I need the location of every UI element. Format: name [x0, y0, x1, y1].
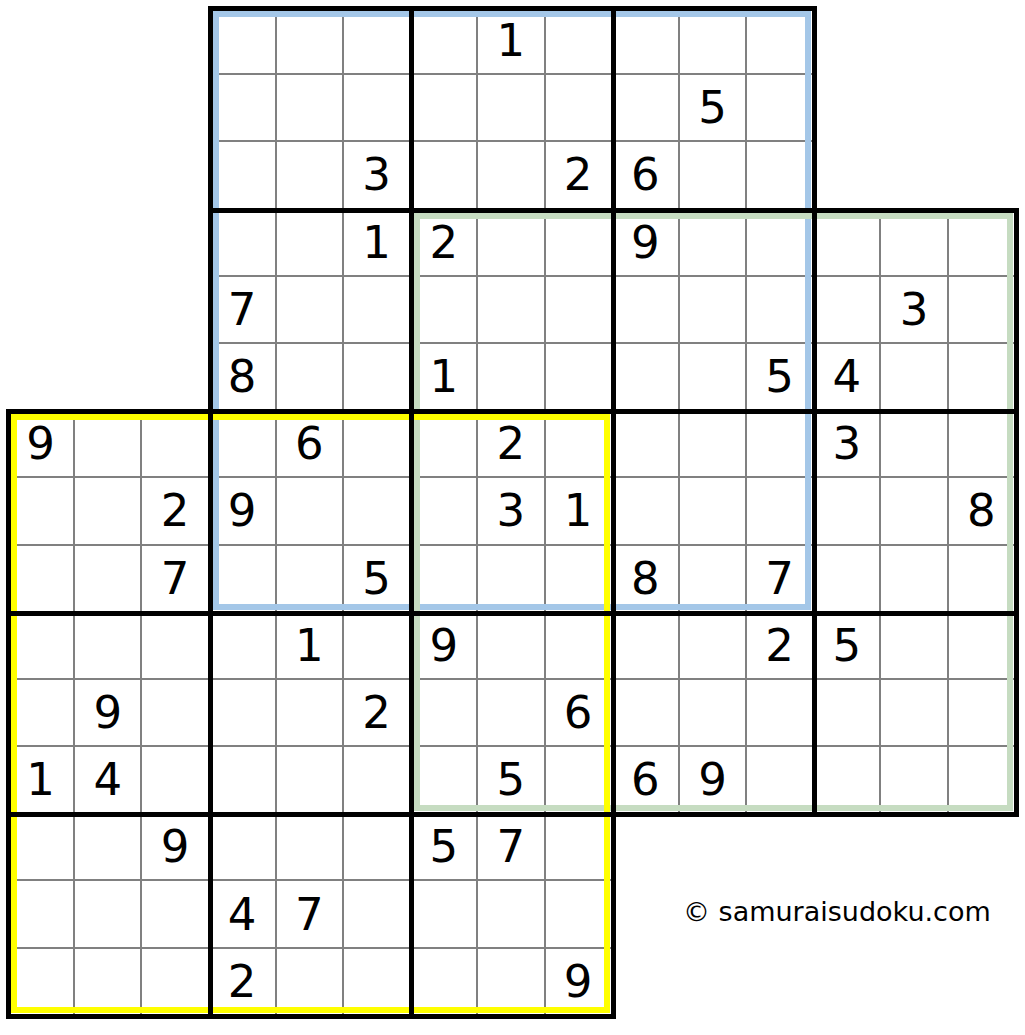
cell-r2c7[interactable] [411, 75, 478, 142]
cell-r15c3[interactable] [142, 949, 209, 1016]
cell-r13c6[interactable] [344, 814, 411, 881]
cell-r10c9[interactable] [546, 613, 613, 680]
cell-r13c5[interactable] [277, 814, 344, 881]
cell-r8c1[interactable] [8, 478, 75, 545]
cell-r10c12: 2 [747, 613, 814, 680]
cell-r6c8[interactable] [478, 344, 545, 411]
cell-r8c11[interactable] [680, 478, 747, 545]
cell-r2c6[interactable] [344, 75, 411, 142]
cell-r4c5[interactable] [277, 210, 344, 277]
cell-r11c14[interactable] [881, 680, 948, 747]
cell-r13c3: 9 [142, 814, 209, 881]
cell-r12c8: 5 [478, 747, 545, 814]
cell-r14c7[interactable] [411, 881, 478, 948]
void [8, 344, 75, 411]
void [747, 814, 814, 881]
cell-r9c7[interactable] [411, 546, 478, 613]
cell-r2c8[interactable] [478, 75, 545, 142]
void [613, 814, 680, 881]
cell-r12c12[interactable] [747, 747, 814, 814]
cell-r4c9[interactable] [546, 210, 613, 277]
cell-r2c12[interactable] [747, 75, 814, 142]
cell-r7c8: 2 [478, 411, 545, 478]
cell-r8c9: 1 [546, 478, 613, 545]
cell-r2c4[interactable] [210, 75, 277, 142]
cell-r1c12[interactable] [747, 8, 814, 75]
void [8, 142, 75, 209]
cell-r8c4: 9 [210, 478, 277, 545]
cell-r14c3[interactable] [142, 881, 209, 948]
cell-r5c5[interactable] [277, 277, 344, 344]
cell-r4c7: 2 [411, 210, 478, 277]
cell-r5c8[interactable] [478, 277, 545, 344]
cell-r6c5[interactable] [277, 344, 344, 411]
cell-r4c13[interactable] [814, 210, 881, 277]
cell-r4c15[interactable] [949, 210, 1016, 277]
cell-r11c1[interactable] [8, 680, 75, 747]
cell-r11c3[interactable] [142, 680, 209, 747]
cell-r9c3: 7 [142, 546, 209, 613]
void [949, 142, 1016, 209]
cell-r6c12: 5 [747, 344, 814, 411]
void [75, 344, 142, 411]
void [75, 210, 142, 277]
cell-r9c10: 8 [613, 546, 680, 613]
cell-r8c6[interactable] [344, 478, 411, 545]
cell-r5c6[interactable] [344, 277, 411, 344]
cell-r7c4[interactable] [210, 411, 277, 478]
void [613, 949, 680, 1016]
cell-r7c5: 6 [277, 411, 344, 478]
cell-r15c1[interactable] [8, 949, 75, 1016]
void [8, 75, 75, 142]
cell-r12c2: 4 [75, 747, 142, 814]
cell-r9c8[interactable] [478, 546, 545, 613]
cell-r12c3[interactable] [142, 747, 209, 814]
cell-r13c2[interactable] [75, 814, 142, 881]
cell-r15c8[interactable] [478, 949, 545, 1016]
cell-r14c9[interactable] [546, 881, 613, 948]
cell-r3c8[interactable] [478, 142, 545, 209]
cell-r8c2[interactable] [75, 478, 142, 545]
void [8, 210, 75, 277]
void [949, 8, 1016, 75]
cell-r2c9[interactable] [546, 75, 613, 142]
void [881, 949, 948, 1016]
void [814, 949, 881, 1016]
cell-r12c6[interactable] [344, 747, 411, 814]
cell-r9c12: 7 [747, 546, 814, 613]
cell-r11c4[interactable] [210, 680, 277, 747]
void [814, 142, 881, 209]
cell-r11c13[interactable] [814, 680, 881, 747]
cell-r5c15[interactable] [949, 277, 1016, 344]
cell-r12c11: 9 [680, 747, 747, 814]
cell-r12c14[interactable] [881, 747, 948, 814]
cell-r6c14[interactable] [881, 344, 948, 411]
cell-r4c10: 9 [613, 210, 680, 277]
cell-r1c7[interactable] [411, 8, 478, 75]
cell-r10c11[interactable] [680, 613, 747, 680]
cell-r10c7: 9 [411, 613, 478, 680]
cell-r9c11[interactable] [680, 546, 747, 613]
void [613, 881, 680, 948]
cell-r8c3: 2 [142, 478, 209, 545]
cell-r8c8: 3 [478, 478, 545, 545]
void [680, 949, 747, 1016]
cell-r10c1[interactable] [8, 613, 75, 680]
cell-r5c10[interactable] [613, 277, 680, 344]
cell-r12c10: 6 [613, 747, 680, 814]
cell-r7c10[interactable] [613, 411, 680, 478]
void [8, 8, 75, 75]
cell-r13c4[interactable] [210, 814, 277, 881]
void [881, 75, 948, 142]
cell-r15c4: 2 [210, 949, 277, 1016]
cell-r12c15[interactable] [949, 747, 1016, 814]
cell-r15c6[interactable] [344, 949, 411, 1016]
cell-r13c7: 5 [411, 814, 478, 881]
cell-r9c5[interactable] [277, 546, 344, 613]
cell-r10c5: 1 [277, 613, 344, 680]
cell-r1c9[interactable] [546, 8, 613, 75]
void [142, 142, 209, 209]
cell-r15c7[interactable] [411, 949, 478, 1016]
cell-r10c13: 5 [814, 613, 881, 680]
cell-r11c2: 9 [75, 680, 142, 747]
cell-r3c10: 6 [613, 142, 680, 209]
cell-r9c4[interactable] [210, 546, 277, 613]
cell-r4c14[interactable] [881, 210, 948, 277]
cell-r8c13[interactable] [814, 478, 881, 545]
cell-r2c10[interactable] [613, 75, 680, 142]
cell-r12c1: 1 [8, 747, 75, 814]
cell-r6c7: 1 [411, 344, 478, 411]
void [142, 277, 209, 344]
cell-r14c2[interactable] [75, 881, 142, 948]
cell-r4c12[interactable] [747, 210, 814, 277]
cell-r10c3[interactable] [142, 613, 209, 680]
cell-r11c8[interactable] [478, 680, 545, 747]
void [142, 210, 209, 277]
void [949, 75, 1016, 142]
cell-r1c10[interactable] [613, 8, 680, 75]
cell-r15c2[interactable] [75, 949, 142, 1016]
cell-r6c13: 4 [814, 344, 881, 411]
cell-r11c7[interactable] [411, 680, 478, 747]
void [680, 814, 747, 881]
void [949, 949, 1016, 1016]
copyright-text: © samuraisudoku.com [683, 896, 991, 927]
void [75, 75, 142, 142]
void [142, 75, 209, 142]
cell-r8c5[interactable] [277, 478, 344, 545]
cell-r4c6: 1 [344, 210, 411, 277]
cell-r6c9[interactable] [546, 344, 613, 411]
void [881, 814, 948, 881]
cell-r9c14[interactable] [881, 546, 948, 613]
cell-r14c8[interactable] [478, 881, 545, 948]
cell-r6c4: 8 [210, 344, 277, 411]
cell-r7c9[interactable] [546, 411, 613, 478]
cell-r1c11[interactable] [680, 8, 747, 75]
cell-r7c13: 3 [814, 411, 881, 478]
cell-r10c2[interactable] [75, 613, 142, 680]
cell-r14c5: 7 [277, 881, 344, 948]
cell-r10c8[interactable] [478, 613, 545, 680]
cell-r7c2[interactable] [75, 411, 142, 478]
cell-r4c11[interactable] [680, 210, 747, 277]
cell-r9c1[interactable] [8, 546, 75, 613]
cell-r15c5[interactable] [277, 949, 344, 1016]
void [142, 344, 209, 411]
cell-r11c12[interactable] [747, 680, 814, 747]
cell-r7c12[interactable] [747, 411, 814, 478]
cell-r1c4[interactable] [210, 8, 277, 75]
cell-r12c9[interactable] [546, 747, 613, 814]
cell-r10c6[interactable] [344, 613, 411, 680]
void [814, 75, 881, 142]
cell-r9c9[interactable] [546, 546, 613, 613]
cell-r3c5[interactable] [277, 142, 344, 209]
cell-r3c7[interactable] [411, 142, 478, 209]
cell-r4c4[interactable] [210, 210, 277, 277]
cell-r9c15[interactable] [949, 546, 1016, 613]
cell-r14c1[interactable] [8, 881, 75, 948]
void [75, 277, 142, 344]
void [75, 8, 142, 75]
sudoku-board: 1532612973815496232931875871925926145699… [8, 8, 1016, 1016]
void [8, 277, 75, 344]
cell-r8c7[interactable] [411, 478, 478, 545]
cell-r2c11: 5 [680, 75, 747, 142]
cell-r3c11[interactable] [680, 142, 747, 209]
cell-r13c9[interactable] [546, 814, 613, 881]
cell-r5c7[interactable] [411, 277, 478, 344]
cell-r8c12[interactable] [747, 478, 814, 545]
cell-r7c7[interactable] [411, 411, 478, 478]
cell-r7c6[interactable] [344, 411, 411, 478]
cell-r12c5[interactable] [277, 747, 344, 814]
cell-r5c13[interactable] [814, 277, 881, 344]
cell-r6c6[interactable] [344, 344, 411, 411]
cell-r10c10[interactable] [613, 613, 680, 680]
cell-r7c11[interactable] [680, 411, 747, 478]
cell-r12c7[interactable] [411, 747, 478, 814]
cell-r3c6: 3 [344, 142, 411, 209]
cell-r12c4[interactable] [210, 747, 277, 814]
cell-r8c10[interactable] [613, 478, 680, 545]
cell-r6c11[interactable] [680, 344, 747, 411]
cell-r1c6[interactable] [344, 8, 411, 75]
cell-r11c5[interactable] [277, 680, 344, 747]
void [747, 949, 814, 1016]
cell-r5c9[interactable] [546, 277, 613, 344]
cell-r10c15[interactable] [949, 613, 1016, 680]
cell-r5c11[interactable] [680, 277, 747, 344]
cell-r6c10[interactable] [613, 344, 680, 411]
cell-r1c5[interactable] [277, 8, 344, 75]
cell-r13c1[interactable] [8, 814, 75, 881]
cell-r4c8[interactable] [478, 210, 545, 277]
void [75, 142, 142, 209]
void [814, 8, 881, 75]
cell-r2c5[interactable] [277, 75, 344, 142]
cell-r13c8: 7 [478, 814, 545, 881]
cell-r9c2[interactable] [75, 546, 142, 613]
cell-r14c6[interactable] [344, 881, 411, 948]
cell-r11c6: 2 [344, 680, 411, 747]
cell-r7c14[interactable] [881, 411, 948, 478]
cell-r1c8: 1 [478, 8, 545, 75]
void [881, 142, 948, 209]
cell-r14c4: 4 [210, 881, 277, 948]
cell-r5c12[interactable] [747, 277, 814, 344]
cell-r6c15[interactable] [949, 344, 1016, 411]
cell-r5c14: 3 [881, 277, 948, 344]
cell-r9c6: 5 [344, 546, 411, 613]
void [142, 8, 209, 75]
cell-r11c15[interactable] [949, 680, 1016, 747]
cell-r3c12[interactable] [747, 142, 814, 209]
cell-r8c15: 8 [949, 478, 1016, 545]
cell-r12c13[interactable] [814, 747, 881, 814]
void [881, 8, 948, 75]
void [949, 814, 1016, 881]
void [814, 814, 881, 881]
cell-r15c9: 9 [546, 949, 613, 1016]
cell-r3c4[interactable] [210, 142, 277, 209]
cell-r3c9: 2 [546, 142, 613, 209]
cell-r9c13[interactable] [814, 546, 881, 613]
cell-r7c1: 9 [8, 411, 75, 478]
cell-r7c15[interactable] [949, 411, 1016, 478]
cell-r5c4: 7 [210, 277, 277, 344]
cell-r11c11[interactable] [680, 680, 747, 747]
cell-r10c14[interactable] [881, 613, 948, 680]
cell-r10c4[interactable] [210, 613, 277, 680]
cell-r8c14[interactable] [881, 478, 948, 545]
cell-r11c10[interactable] [613, 680, 680, 747]
cell-r11c9: 6 [546, 680, 613, 747]
cell-r7c3[interactable] [142, 411, 209, 478]
